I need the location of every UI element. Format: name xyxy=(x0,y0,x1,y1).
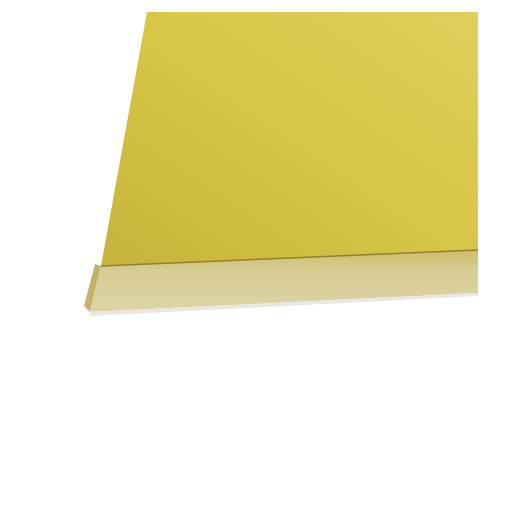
listing-photo xyxy=(0,0,510,510)
go-board-photo xyxy=(0,0,510,510)
photo-margin-right xyxy=(478,0,510,510)
photo-margin-top xyxy=(0,0,510,12)
board-top-face xyxy=(101,12,478,266)
